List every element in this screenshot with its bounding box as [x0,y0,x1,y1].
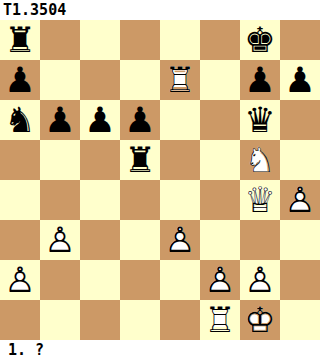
black-piece-glyph: ♟ [280,60,320,100]
square-a3[interactable] [0,220,40,260]
piece-white-knight: ♞♘ [240,140,280,180]
square-b4[interactable] [40,180,80,220]
square-b2[interactable] [40,260,80,300]
square-b7[interactable] [40,60,80,100]
piece-white-pawn: ♟♙ [40,220,80,260]
square-h4[interactable]: ♟♙ [280,180,320,220]
white-piece-outline-glyph: ♖ [200,300,240,340]
black-piece-glyph: ♟ [0,60,40,100]
square-e8[interactable] [160,20,200,60]
square-c3[interactable] [80,220,120,260]
square-d2[interactable] [120,260,160,300]
square-h1[interactable] [280,300,320,340]
piece-black-queen: ♛ [240,100,280,140]
square-f3[interactable] [200,220,240,260]
square-b6[interactable]: ♟ [40,100,80,140]
piece-white-pawn: ♟♙ [240,260,280,300]
white-piece-outline-glyph: ♙ [160,220,200,260]
square-d8[interactable] [120,20,160,60]
move-prompt: 1. ? [0,340,320,360]
square-g4[interactable]: ♛♕ [240,180,280,220]
square-a7[interactable]: ♟ [0,60,40,100]
square-g5[interactable]: ♞♘ [240,140,280,180]
piece-black-pawn: ♟ [40,100,80,140]
black-piece-glyph: ♟ [80,100,120,140]
square-d6[interactable]: ♟ [120,100,160,140]
black-piece-glyph: ♟ [40,100,80,140]
square-a5[interactable] [0,140,40,180]
black-piece-glyph: ♚ [240,20,280,60]
square-c5[interactable] [80,140,120,180]
piece-black-pawn: ♟ [120,100,160,140]
piece-white-pawn: ♟♙ [200,260,240,300]
square-f6[interactable] [200,100,240,140]
white-piece-outline-glyph: ♙ [280,180,320,220]
piece-white-rook: ♜♖ [160,60,200,100]
square-f4[interactable] [200,180,240,220]
piece-black-rook: ♜ [120,140,160,180]
square-h5[interactable] [280,140,320,180]
square-d3[interactable] [120,220,160,260]
square-e6[interactable] [160,100,200,140]
square-g2[interactable]: ♟♙ [240,260,280,300]
square-a1[interactable] [0,300,40,340]
piece-black-pawn: ♟ [240,60,280,100]
piece-black-king: ♚ [240,20,280,60]
square-e7[interactable]: ♜♖ [160,60,200,100]
white-piece-outline-glyph: ♖ [160,60,200,100]
square-b3[interactable]: ♟♙ [40,220,80,260]
white-piece-outline-glyph: ♙ [240,260,280,300]
square-h7[interactable]: ♟ [280,60,320,100]
square-g8[interactable]: ♚ [240,20,280,60]
square-g6[interactable]: ♛ [240,100,280,140]
square-g3[interactable] [240,220,280,260]
square-f1[interactable]: ♜♖ [200,300,240,340]
square-c8[interactable] [80,20,120,60]
piece-black-pawn: ♟ [280,60,320,100]
piece-black-rook: ♜ [0,20,40,60]
square-c1[interactable] [80,300,120,340]
square-b5[interactable] [40,140,80,180]
piece-black-knight: ♞ [0,100,40,140]
square-f7[interactable] [200,60,240,100]
white-piece-outline-glyph: ♕ [240,180,280,220]
square-a4[interactable] [0,180,40,220]
square-h8[interactable] [280,20,320,60]
white-piece-outline-glyph: ♙ [0,260,40,300]
piece-white-queen: ♛♕ [240,180,280,220]
square-h6[interactable] [280,100,320,140]
square-h3[interactable] [280,220,320,260]
white-piece-outline-glyph: ♙ [200,260,240,300]
square-a2[interactable]: ♟♙ [0,260,40,300]
square-d4[interactable] [120,180,160,220]
black-piece-glyph: ♜ [120,140,160,180]
square-a6[interactable]: ♞ [0,100,40,140]
piece-white-king: ♚♔ [240,300,280,340]
piece-white-rook: ♜♖ [200,300,240,340]
square-e3[interactable]: ♟♙ [160,220,200,260]
piece-white-pawn: ♟♙ [280,180,320,220]
black-piece-glyph: ♞ [0,100,40,140]
square-f5[interactable] [200,140,240,180]
square-d1[interactable] [120,300,160,340]
puzzle-id: T1.3504 [0,0,320,20]
square-d5[interactable]: ♜ [120,140,160,180]
square-e4[interactable] [160,180,200,220]
black-piece-glyph: ♟ [240,60,280,100]
white-piece-outline-glyph: ♙ [40,220,80,260]
square-c6[interactable]: ♟ [80,100,120,140]
chess-board: ♜♚♟♜♖♟♟♞♟♟♟♛♜♞♘♛♕♟♙♟♙♟♙♟♙♟♙♟♙♜♖♚♔ [0,20,320,340]
white-piece-outline-glyph: ♘ [240,140,280,180]
square-c7[interactable] [80,60,120,100]
square-c4[interactable] [80,180,120,220]
square-f8[interactable] [200,20,240,60]
black-piece-glyph: ♟ [120,100,160,140]
square-e2[interactable] [160,260,200,300]
square-a8[interactable]: ♜ [0,20,40,60]
piece-black-pawn: ♟ [0,60,40,100]
square-g1[interactable]: ♚♔ [240,300,280,340]
black-piece-glyph: ♛ [240,100,280,140]
white-piece-outline-glyph: ♔ [240,300,280,340]
square-h2[interactable] [280,260,320,300]
square-e1[interactable] [160,300,200,340]
piece-white-pawn: ♟♙ [160,220,200,260]
black-piece-glyph: ♜ [0,20,40,60]
square-c2[interactable] [80,260,120,300]
square-b8[interactable] [40,20,80,60]
piece-black-pawn: ♟ [80,100,120,140]
piece-white-pawn: ♟♙ [0,260,40,300]
square-e5[interactable] [160,140,200,180]
square-g7[interactable]: ♟ [240,60,280,100]
square-d7[interactable] [120,60,160,100]
square-b1[interactable] [40,300,80,340]
square-f2[interactable]: ♟♙ [200,260,240,300]
